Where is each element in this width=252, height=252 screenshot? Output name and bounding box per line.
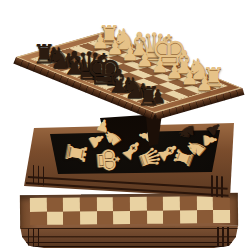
case-checker-strip xyxy=(30,196,230,225)
strip-cell xyxy=(197,210,214,224)
corner-grooves xyxy=(33,165,47,186)
strip-cell xyxy=(147,210,164,224)
strip-cell xyxy=(63,198,80,212)
strip-cell xyxy=(30,211,47,225)
strip-cell xyxy=(97,197,114,211)
strip-cell xyxy=(47,211,64,225)
strip-cell xyxy=(163,210,180,224)
stored-light-r: ♜ xyxy=(61,139,91,166)
black-r: ♜ xyxy=(137,83,160,109)
strip-cell xyxy=(63,211,80,225)
strip-cell xyxy=(213,209,230,223)
strip-cell xyxy=(113,210,130,224)
strip-cell xyxy=(113,197,130,211)
corner-grooves xyxy=(211,175,226,198)
strip-cell xyxy=(163,196,180,210)
chess-set-photo: ♟♜♟♞♚♝♛♟♝♜♞♟♞♟ ♜♞♝♛♚♝♞♜♟♟♟♟♟♟♟♟♟♟♟♟♟♟♟♟♜… xyxy=(0,0,252,252)
corner-grooves xyxy=(217,227,230,247)
strip-cell xyxy=(180,210,197,224)
case-front-face xyxy=(20,226,238,248)
strip-cell xyxy=(197,196,214,210)
strip-cell xyxy=(213,196,230,210)
strip-cell xyxy=(130,197,147,211)
strip-cell xyxy=(180,196,197,210)
case-top-surface xyxy=(20,193,238,228)
strip-cell xyxy=(30,198,47,212)
stored-light-k: ♚ xyxy=(92,145,124,174)
strip-cell xyxy=(130,210,147,224)
strip-cell xyxy=(147,197,164,211)
strip-cell xyxy=(80,197,97,211)
strip-cell xyxy=(47,198,64,212)
white-p: ♟ xyxy=(196,74,213,93)
strip-cell xyxy=(97,211,114,225)
corner-grooves xyxy=(28,227,41,247)
strip-cell xyxy=(80,211,97,225)
